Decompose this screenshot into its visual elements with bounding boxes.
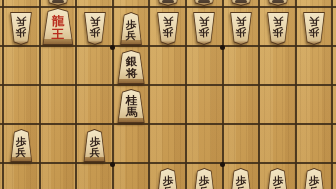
cutoff-ink-mark: [52, 0, 64, 3]
piece-kanji: 桂馬: [116, 89, 146, 123]
piece-kanji: 歩兵: [83, 129, 107, 162]
piece-gote-unknown[interactable]: [226, 0, 256, 6]
piece-sente-pawn[interactable]: 歩兵: [266, 168, 290, 189]
piece-body: 歩兵: [83, 129, 107, 162]
grid-line: [75, 0, 77, 189]
piece-kanji: 歩兵: [192, 12, 216, 45]
piece-body: 歩兵: [229, 12, 253, 45]
grid-line: [112, 0, 114, 189]
piece-sente-pawn[interactable]: 歩兵: [119, 12, 143, 45]
piece-gote-unknown[interactable]: [43, 0, 73, 6]
cutoff-ink-mark: [272, 0, 284, 3]
piece-body: 歩兵: [192, 12, 216, 45]
piece-body: 銀将: [116, 50, 146, 84]
piece-kanji: 歩兵: [302, 12, 326, 45]
piece-sente-pawn[interactable]: 歩兵: [9, 129, 33, 162]
piece-sente-pawn[interactable]: 歩兵: [83, 129, 107, 162]
piece-body: 歩兵: [266, 12, 290, 45]
piece-body: [226, 0, 256, 6]
piece-body: 歩兵: [302, 168, 326, 189]
star-point: [220, 45, 225, 50]
piece-body: 歩兵: [156, 12, 180, 45]
grid-line: [0, 45, 336, 47]
piece-sente-silver[interactable]: 銀将: [116, 50, 146, 84]
piece-kanji: 歩兵: [9, 129, 33, 162]
piece-sente-pawn[interactable]: 歩兵: [229, 168, 253, 189]
grid-line: [185, 0, 187, 189]
piece-gote-pawn[interactable]: 歩兵: [9, 12, 33, 45]
piece-body: [153, 0, 183, 6]
grid-line: [148, 0, 150, 189]
star-point: [110, 45, 115, 50]
piece-body: 歩兵: [119, 12, 143, 45]
cutoff-ink-mark: [162, 0, 174, 3]
piece-gote-unknown[interactable]: [263, 0, 293, 6]
star-point: [110, 162, 115, 167]
piece-gote-unknown[interactable]: [153, 0, 183, 6]
shogi-board[interactable]: 歩兵龍王歩兵歩兵歩兵歩兵歩兵歩兵歩兵銀将桂馬歩兵歩兵歩兵歩兵歩兵歩兵歩兵: [0, 0, 336, 189]
grid-line: [222, 0, 224, 189]
piece-kanji: 龍王: [41, 8, 75, 45]
piece-sente-pawn[interactable]: 歩兵: [302, 168, 326, 189]
grid-line: [0, 123, 336, 125]
star-point: [220, 162, 225, 167]
piece-kanji: 歩兵: [229, 168, 253, 189]
piece-sente-pawn[interactable]: 歩兵: [192, 168, 216, 189]
piece-gote-pawn[interactable]: 歩兵: [266, 12, 290, 45]
piece-kanji: 歩兵: [156, 168, 180, 189]
piece-sente-knight[interactable]: 桂馬: [116, 89, 146, 123]
piece-kanji: 歩兵: [229, 12, 253, 45]
grid-line: [295, 0, 297, 189]
piece-body: 歩兵: [302, 12, 326, 45]
piece-kanji: 歩兵: [119, 12, 143, 45]
piece-gote-pawn[interactable]: 歩兵: [83, 12, 107, 45]
piece-body: 歩兵: [229, 168, 253, 189]
piece-body: 歩兵: [9, 12, 33, 45]
cutoff-ink-mark: [235, 0, 247, 3]
piece-kanji: 歩兵: [156, 12, 180, 45]
piece-kanji: 歩兵: [83, 12, 107, 45]
piece-kanji: 歩兵: [9, 12, 33, 45]
piece-sente-dragon[interactable]: 龍王: [41, 8, 75, 45]
piece-gote-pawn[interactable]: 歩兵: [229, 12, 253, 45]
piece-kanji: 歩兵: [302, 168, 326, 189]
cutoff-ink-mark: [198, 0, 210, 3]
piece-gote-unknown[interactable]: [189, 0, 219, 6]
piece-gote-pawn[interactable]: 歩兵: [302, 12, 326, 45]
piece-body: 歩兵: [266, 168, 290, 189]
piece-sente-pawn[interactable]: 歩兵: [156, 168, 180, 189]
piece-body: 歩兵: [83, 12, 107, 45]
piece-body: 歩兵: [156, 168, 180, 189]
piece-gote-pawn[interactable]: 歩兵: [156, 12, 180, 45]
piece-body: 桂馬: [116, 89, 146, 123]
piece-body: 龍王: [41, 8, 75, 45]
piece-kanji: 歩兵: [192, 168, 216, 189]
piece-gote-pawn[interactable]: 歩兵: [192, 12, 216, 45]
grid-line: [331, 0, 333, 189]
piece-kanji: 銀将: [116, 50, 146, 84]
grid-line: [258, 0, 260, 189]
game-screen: 歩兵龍王歩兵歩兵歩兵歩兵歩兵歩兵歩兵銀将桂馬歩兵歩兵歩兵歩兵歩兵歩兵歩兵: [0, 0, 336, 189]
piece-body: 歩兵: [9, 129, 33, 162]
piece-body: [43, 0, 73, 6]
grid-line: [2, 0, 4, 189]
piece-kanji: 歩兵: [266, 12, 290, 45]
grid-line: [0, 84, 336, 86]
grid-line: [0, 162, 336, 164]
piece-body: [189, 0, 219, 6]
piece-body: [263, 0, 293, 6]
piece-kanji: 歩兵: [266, 168, 290, 189]
piece-body: 歩兵: [192, 168, 216, 189]
